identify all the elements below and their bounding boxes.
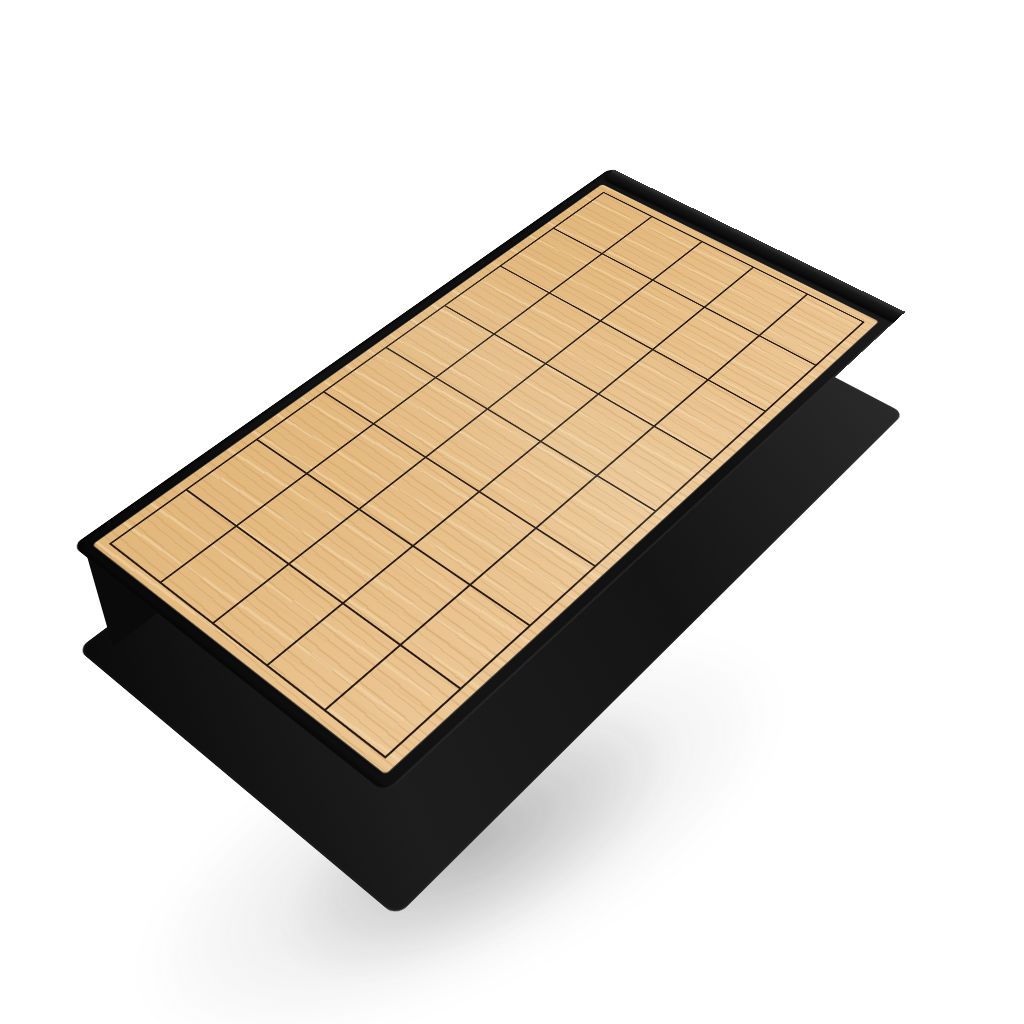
grid-line-rank — [323, 392, 595, 567]
grid-line-file — [161, 217, 653, 583]
grid-line-rank — [445, 305, 712, 459]
product-photo-stage — [0, 0, 1024, 1024]
grid-line-rank — [257, 439, 530, 625]
grid-line-file — [213, 241, 702, 623]
grid-line-rank — [386, 347, 656, 511]
grid-line-rank — [186, 489, 460, 688]
